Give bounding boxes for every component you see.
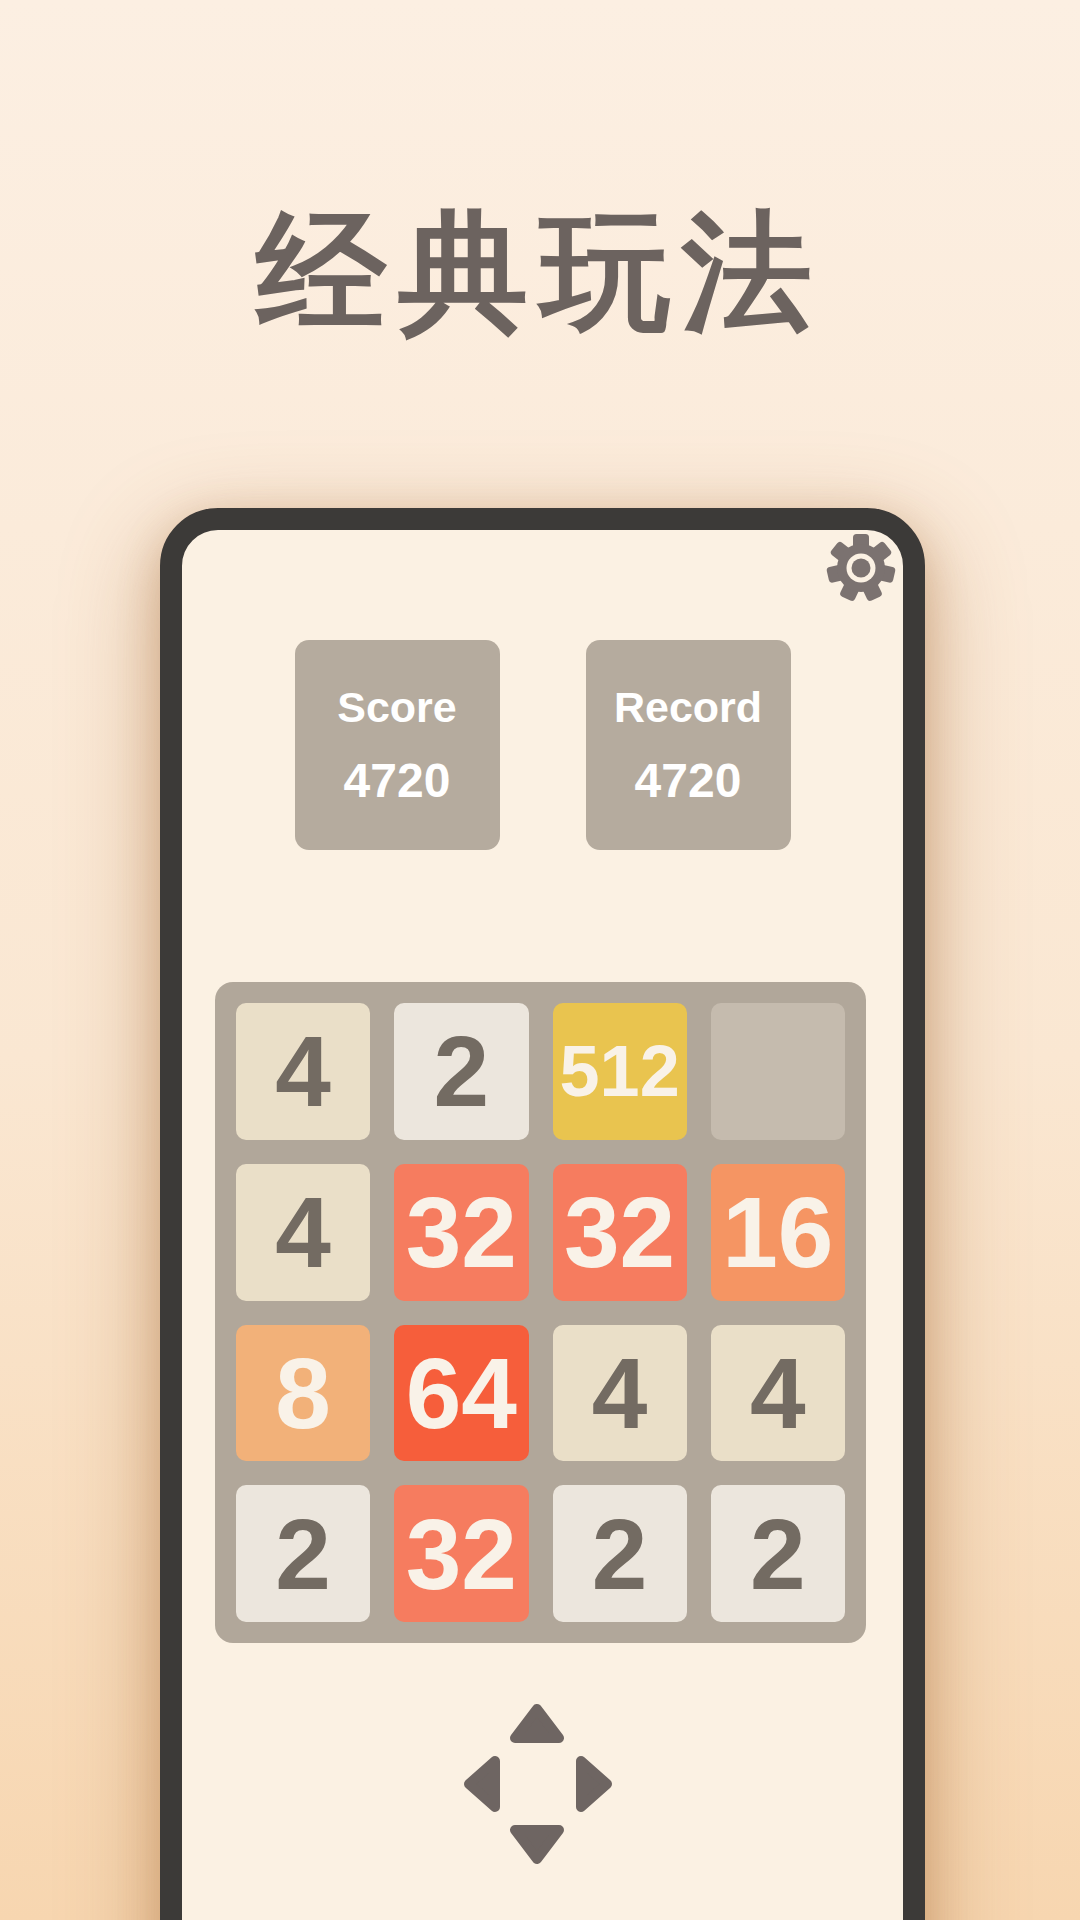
- tile-2: 2: [553, 1485, 687, 1622]
- page-background: 经典玩法 Score 4720 Record 4720 425124323216…: [0, 0, 1080, 1920]
- tile-64: 64: [394, 1325, 528, 1462]
- score-label: Score: [337, 686, 457, 729]
- dpad-down-button[interactable]: [508, 1824, 566, 1866]
- empty-cell: [711, 1003, 845, 1140]
- dpad: [462, 1702, 612, 1864]
- record-value: 4720: [635, 757, 742, 805]
- tile-2: 2: [236, 1485, 370, 1622]
- tile-4: 4: [711, 1325, 845, 1462]
- score-box: Score 4720: [295, 640, 500, 850]
- left-arrow-icon: [462, 1754, 502, 1814]
- dpad-up-button[interactable]: [508, 1702, 566, 1744]
- down-arrow-icon: [508, 1824, 566, 1866]
- tile-32: 32: [394, 1164, 528, 1301]
- tile-512: 512: [553, 1003, 687, 1140]
- right-arrow-icon: [574, 1754, 614, 1814]
- tile-32: 32: [553, 1164, 687, 1301]
- page-title: 经典玩法: [0, 186, 1080, 362]
- dpad-right-button[interactable]: [574, 1754, 614, 1814]
- tile-8: 8: [236, 1325, 370, 1462]
- gear-icon: [825, 532, 897, 604]
- tile-2: 2: [394, 1003, 528, 1140]
- score-panel: Score 4720 Record 4720: [182, 640, 903, 850]
- tile-4: 4: [553, 1325, 687, 1462]
- record-label: Record: [614, 686, 762, 729]
- tile-16: 16: [711, 1164, 845, 1301]
- game-board[interactable]: 4251243232168644423222: [215, 982, 866, 1643]
- up-arrow-icon: [508, 1702, 566, 1744]
- score-value: 4720: [344, 757, 451, 805]
- tile-32: 32: [394, 1485, 528, 1622]
- settings-button[interactable]: [825, 532, 897, 604]
- phone-frame: Score 4720 Record 4720 42512432321686444…: [160, 508, 925, 1920]
- tile-4: 4: [236, 1003, 370, 1140]
- tile-2: 2: [711, 1485, 845, 1622]
- dpad-left-button[interactable]: [462, 1754, 502, 1814]
- tile-4: 4: [236, 1164, 370, 1301]
- record-box: Record 4720: [586, 640, 791, 850]
